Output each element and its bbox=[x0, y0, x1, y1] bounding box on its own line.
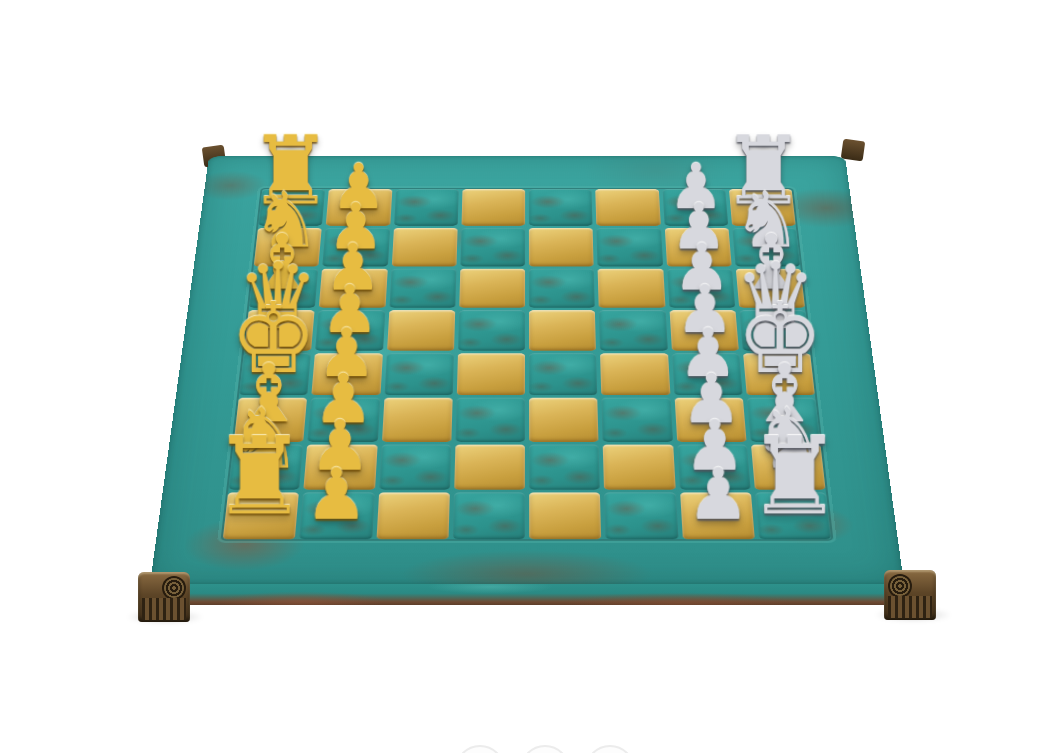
chess-board: ♜♟♟♜♞♟♟♞♝♟♟♝♛♟♟♛♚♟♟♚♝♟♟♝♞♟♟♞♜♟♟♜ bbox=[150, 156, 904, 584]
board-foot-front-left bbox=[138, 572, 190, 622]
silver-rook-h8[interactable]: ♜ bbox=[722, 423, 866, 530]
carousel-dot-3[interactable] bbox=[585, 745, 635, 753]
square-a5[interactable] bbox=[529, 189, 593, 226]
square-a4[interactable] bbox=[461, 189, 525, 226]
square-c4[interactable] bbox=[459, 268, 525, 307]
square-d5[interactable] bbox=[529, 310, 596, 351]
square-f4[interactable] bbox=[455, 398, 525, 442]
perspective-scene: ♜♟♟♜♞♟♟♞♝♟♟♝♛♟♟♛♚♟♟♚♝♟♟♝♞♟♟♞♜♟♟♜ bbox=[0, 0, 1050, 753]
square-e4[interactable] bbox=[457, 353, 525, 395]
square-h8[interactable]: ♜ bbox=[755, 492, 831, 539]
square-c5[interactable] bbox=[529, 268, 595, 307]
square-h4[interactable] bbox=[453, 492, 525, 539]
carousel-dots bbox=[0, 745, 1050, 753]
board-frame: ♜♟♟♜♞♟♟♞♝♟♟♝♛♟♟♛♚♟♟♚♝♟♟♝♞♟♟♞♜♟♟♜ bbox=[150, 156, 904, 584]
product-photo-stage: ♜♟♟♜♞♟♟♞♝♟♟♝♛♟♟♛♚♟♟♚♝♟♟♝♞♟♟♞♜♟♟♜ bbox=[0, 0, 1050, 753]
board-grid: ♜♟♟♜♞♟♟♞♝♟♟♝♛♟♟♛♚♟♟♚♝♟♟♝♞♟♟♞♜♟♟♜ bbox=[223, 189, 831, 539]
square-e5[interactable] bbox=[529, 353, 597, 395]
gold-pawn-h2[interactable]: ♟ bbox=[264, 460, 408, 531]
square-f5[interactable] bbox=[529, 398, 599, 442]
square-b4[interactable] bbox=[460, 228, 525, 266]
square-b5[interactable] bbox=[529, 228, 594, 266]
carousel-dot-1[interactable] bbox=[455, 745, 505, 753]
square-h2[interactable]: ♟ bbox=[299, 492, 374, 539]
square-g5[interactable] bbox=[529, 444, 600, 489]
board-foot-front-right bbox=[884, 570, 936, 620]
square-g4[interactable] bbox=[454, 444, 525, 489]
carousel-dot-2[interactable] bbox=[520, 745, 570, 753]
square-h5[interactable] bbox=[529, 492, 601, 539]
square-d4[interactable] bbox=[458, 310, 525, 351]
